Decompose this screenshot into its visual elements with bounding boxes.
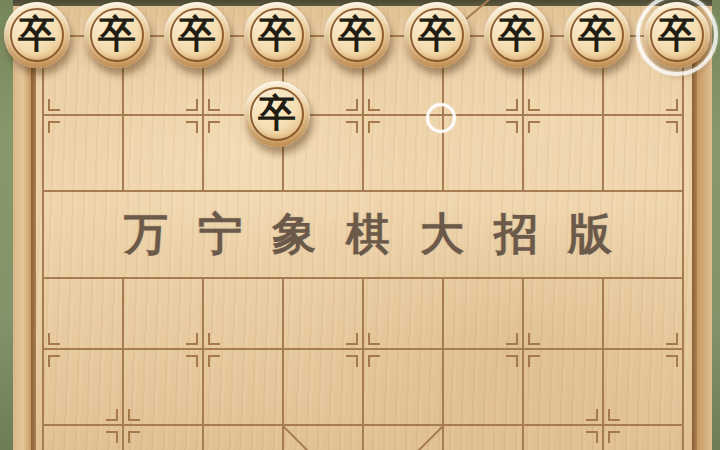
piece-glyph: 卒 [404,1,470,67]
position-marker [666,333,678,345]
piece-glyph: 卒 [244,1,310,67]
position-marker [346,355,358,367]
cursor-ring [426,103,456,133]
position-marker [48,355,60,367]
position-marker [506,99,518,111]
position-marker [186,355,198,367]
position-marker [608,431,620,443]
piece-black-soldier[interactable]: 卒 [84,2,150,68]
position-marker [208,121,220,133]
position-marker [586,409,598,421]
position-marker [586,431,598,443]
position-marker [528,355,540,367]
position-marker [208,333,220,345]
board-left-edge [13,0,31,450]
position-marker [528,99,540,111]
piece-glyph: 卒 [244,80,310,146]
grid-line-horizontal [42,348,684,350]
piece-black-soldier[interactable]: 卒 [484,2,550,68]
position-marker [368,99,380,111]
piece-black-soldier[interactable]: 卒 [244,2,310,68]
piece-glyph: 卒 [484,1,550,67]
position-marker [346,99,358,111]
position-marker [186,333,198,345]
position-marker [186,99,198,111]
piece-black-soldier[interactable]: 卒 [564,2,630,68]
position-marker [208,355,220,367]
position-marker [368,355,380,367]
piece-black-soldier[interactable]: 卒 [4,2,70,68]
position-marker [346,333,358,345]
position-marker [506,355,518,367]
position-marker [666,121,678,133]
position-marker [48,333,60,345]
piece-black-soldier[interactable]: 卒 [404,2,470,68]
position-marker [506,121,518,133]
piece-black-soldier[interactable]: 卒 [324,2,390,68]
position-marker [106,431,118,443]
position-marker [528,121,540,133]
piece-black-soldier[interactable]: 卒 [164,2,230,68]
piece-glyph: 卒 [4,1,70,67]
grid-line-vertical [42,3,44,450]
xiangqi-board[interactable]: 万宁象棋大招版 卒卒卒卒卒卒卒卒卒卒 [0,0,720,450]
river-title: 万宁象棋大招版 [124,205,642,264]
position-marker [666,355,678,367]
position-marker [128,409,140,421]
piece-glyph: 卒 [84,1,150,67]
piece-glyph: 卒 [324,1,390,67]
position-marker [48,121,60,133]
piece-black-soldier[interactable]: 卒 [244,81,310,147]
position-marker [186,121,198,133]
piece-glyph: 卒 [564,1,630,67]
position-marker [368,121,380,133]
grid-line-horizontal [42,190,684,192]
position-marker [106,409,118,421]
position-marker [506,333,518,345]
position-marker [368,333,380,345]
grid-line-horizontal [42,114,684,116]
position-marker [346,121,358,133]
position-marker [666,99,678,111]
position-marker [528,333,540,345]
position-marker [608,409,620,421]
position-marker [128,431,140,443]
position-marker [48,99,60,111]
piece-glyph: 卒 [164,1,230,67]
grid-line-horizontal [42,277,684,279]
grid-line-horizontal [42,424,684,426]
position-marker [208,99,220,111]
game-screen: 万宁象棋大招版 卒卒卒卒卒卒卒卒卒卒 [0,0,720,450]
